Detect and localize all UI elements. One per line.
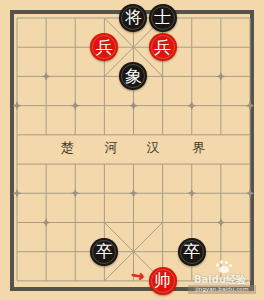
watermark-url: jingyan.baidu.com [195,286,248,292]
move-arrow-icon: → [130,266,157,288]
baidu-paw-icon [216,260,232,273]
piece-label: 士 [154,9,171,26]
watermark: Baidu经验 jingyan.baidu.com [186,258,258,296]
piece-label: 兵 [154,39,171,56]
piece-red-pawn-right[interactable]: 兵 [149,33,177,61]
piece-black-general[interactable]: 将 [119,4,147,32]
piece-label: 兵 [96,39,113,56]
piece-label: 将 [125,9,142,26]
piece-label: 象 [125,68,142,85]
piece-black-pawn-left[interactable]: 卒 [90,238,118,266]
xiangqi-board: 楚河汉界 将士兵兵象卒卒帅 → Baidu经验 jingyan.baidu.co… [0,0,264,300]
piece-label: 卒 [96,243,113,260]
piece-label: 帅 [154,272,171,289]
piece-grid: 将士兵兵象卒卒帅 [2,3,264,295]
piece-black-advisor[interactable]: 士 [149,4,177,32]
piece-red-pawn-left[interactable]: 兵 [90,33,118,61]
watermark-url-bar: jingyan.baidu.com [188,285,256,294]
piece-black-elephant[interactable]: 象 [119,62,147,90]
